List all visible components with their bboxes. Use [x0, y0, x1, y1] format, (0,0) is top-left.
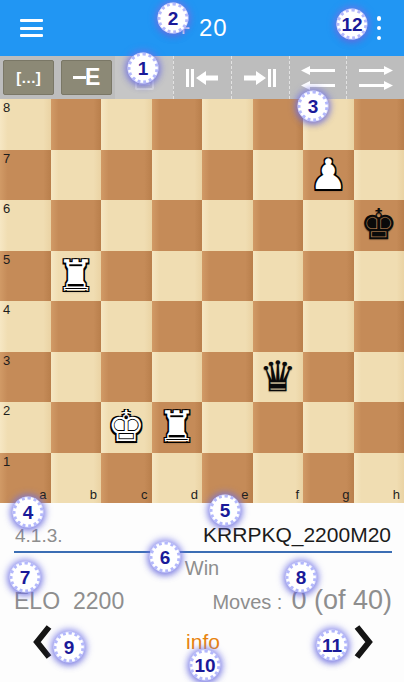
callout-badge-7: 7: [11, 563, 40, 592]
square-c1[interactable]: c: [101, 453, 152, 504]
white-rook: ♜: [158, 406, 196, 448]
chevron-right-icon: [352, 623, 374, 661]
callout-badge-2: 2: [159, 4, 188, 33]
square-h7[interactable]: [354, 150, 404, 201]
file-label: d: [191, 488, 198, 501]
go-to-start-button[interactable]: [173, 56, 231, 99]
file-label: c: [141, 488, 148, 501]
next-exercise-button[interactable]: [350, 621, 376, 663]
square-f5[interactable]: [253, 251, 304, 302]
callout-badge-3: 3: [299, 92, 328, 121]
app-screen: + 20 [...] E: [0, 0, 404, 682]
black-queen: ♛: [259, 356, 297, 398]
square-e6[interactable]: [202, 200, 253, 251]
square-h5[interactable]: [354, 251, 404, 302]
chess-board: 87♟6♚5♜43♛2♚♜1abcdefgh: [0, 99, 404, 503]
goal-label: Win: [0, 557, 404, 580]
callout-badge-5: 5: [211, 496, 240, 525]
square-f1[interactable]: f: [253, 453, 304, 504]
square-c5[interactable]: [101, 251, 152, 302]
square-c2[interactable]: ♚: [101, 402, 152, 453]
chevron-left-icon: [32, 623, 54, 661]
square-f4[interactable]: [253, 301, 304, 352]
square-h3[interactable]: [354, 352, 404, 403]
square-f3[interactable]: ♛: [253, 352, 304, 403]
square-h6[interactable]: ♚: [354, 200, 404, 251]
square-e5[interactable]: [202, 251, 253, 302]
square-f6[interactable]: [253, 200, 304, 251]
square-b8[interactable]: [51, 99, 102, 150]
square-b5[interactable]: ♜: [51, 251, 102, 302]
double-arrow-right-icon: [357, 66, 395, 90]
rank-label: 5: [3, 253, 10, 266]
overflow-menu-icon[interactable]: [370, 16, 388, 40]
exercise-number: 4.1.3.: [15, 525, 63, 547]
white-pawn: ♟: [309, 154, 347, 196]
moves-label: Moves :: [212, 591, 282, 614]
square-c6[interactable]: [101, 200, 152, 251]
file-label: h: [393, 488, 400, 501]
callout-badge-4: 4: [14, 498, 43, 527]
exercise-header-row: 4.1.3. KRRPKQ_2200M20: [15, 523, 391, 547]
square-g7[interactable]: ♟: [303, 150, 354, 201]
square-b4[interactable]: [51, 301, 102, 352]
elo-label: ELO: [14, 588, 60, 615]
square-g6[interactable]: [303, 200, 354, 251]
callout-badge-8: 8: [287, 563, 316, 592]
square-e8[interactable]: [202, 99, 253, 150]
square-f2[interactable]: [253, 402, 304, 453]
variation-tree-button[interactable]: E: [61, 60, 112, 95]
square-a3[interactable]: 3: [0, 352, 51, 403]
elo-value: 2200: [73, 588, 124, 615]
callout-badge-6: 6: [151, 543, 180, 572]
file-label: f: [295, 488, 299, 501]
toolbar-slot: E: [58, 56, 116, 99]
square-a6[interactable]: 6: [0, 200, 51, 251]
toolbar-slot: [...]: [0, 56, 58, 99]
rank-label: 2: [3, 404, 10, 417]
square-e4[interactable]: [202, 301, 253, 352]
square-d2[interactable]: ♜: [152, 402, 203, 453]
skip-to-start-icon: [184, 68, 220, 88]
square-d5[interactable]: [152, 251, 203, 302]
square-e3[interactable]: [202, 352, 253, 403]
square-f7[interactable]: [253, 150, 304, 201]
square-h1[interactable]: h: [354, 453, 404, 504]
previous-exercise-button[interactable]: [30, 621, 56, 663]
square-e7[interactable]: [202, 150, 253, 201]
square-g1[interactable]: g: [303, 453, 354, 504]
rank-label: 8: [3, 101, 10, 114]
square-e2[interactable]: [202, 402, 253, 453]
rank-label: 3: [3, 354, 10, 367]
square-a8[interactable]: 8: [0, 99, 51, 150]
square-h8[interactable]: [354, 99, 404, 150]
stats-row: ELO 2200 Moves : 0 (of 40): [14, 585, 392, 616]
black-king: ♚: [360, 204, 398, 246]
square-d6[interactable]: [152, 200, 203, 251]
square-c3[interactable]: [101, 352, 152, 403]
square-c4[interactable]: [101, 301, 152, 352]
file-label: b: [90, 488, 97, 501]
variation-list-label: [...]: [16, 69, 41, 86]
skip-to-end-icon: [242, 68, 278, 88]
square-g5[interactable]: [303, 251, 354, 302]
square-d1[interactable]: d: [152, 453, 203, 504]
square-b3[interactable]: [51, 352, 102, 403]
square-f8[interactable]: [253, 99, 304, 150]
file-label: g: [342, 488, 349, 501]
rank-label: 6: [3, 202, 10, 215]
white-king: ♚: [107, 406, 145, 448]
square-g2[interactable]: [303, 402, 354, 453]
square-h2[interactable]: [354, 402, 404, 453]
file-label: e: [241, 488, 248, 501]
square-b1[interactable]: b: [51, 453, 102, 504]
elo-rating: ELO 2200: [14, 588, 124, 615]
square-d7[interactable]: [152, 150, 203, 201]
square-a1[interactable]: 1a: [0, 453, 51, 504]
square-d8[interactable]: [152, 99, 203, 150]
blue-divider: [14, 551, 392, 553]
square-a5[interactable]: 5: [0, 251, 51, 302]
square-b6[interactable]: [51, 200, 102, 251]
callout-badge-11: 11: [318, 631, 347, 660]
rank-label: 7: [3, 152, 10, 165]
square-b7[interactable]: [51, 150, 102, 201]
callout-badge-10: 10: [190, 651, 219, 680]
square-h4[interactable]: [354, 301, 404, 352]
square-a4[interactable]: 4: [0, 301, 51, 352]
square-a2[interactable]: 2: [0, 402, 51, 453]
hamburger-menu-icon[interactable]: [20, 19, 44, 37]
double-arrow-left-icon: [299, 66, 337, 90]
callout-badge-1: 1: [129, 54, 158, 83]
callout-badge-9: 9: [55, 633, 84, 662]
square-a7[interactable]: 7: [0, 150, 51, 201]
rank-label: 4: [3, 303, 10, 316]
square-d3[interactable]: [152, 352, 203, 403]
square-g4[interactable]: [303, 301, 354, 352]
white-rook: ♜: [57, 255, 95, 297]
square-b2[interactable]: [51, 402, 102, 453]
square-c8[interactable]: [101, 99, 152, 150]
square-g3[interactable]: [303, 352, 354, 403]
square-c7[interactable]: [101, 150, 152, 201]
variation-list-button[interactable]: [...]: [3, 60, 54, 95]
square-d4[interactable]: [152, 301, 203, 352]
next-game-button[interactable]: [346, 56, 404, 99]
toolbar: [...] E: [0, 56, 404, 99]
exercise-set-name: KRRPKQ_2200M20: [203, 523, 391, 547]
go-to-end-button[interactable]: [231, 56, 289, 99]
branch-icon: E: [73, 66, 100, 89]
rank-label: 1: [3, 455, 10, 468]
callout-badge-12: 12: [337, 10, 366, 39]
file-label: a: [39, 488, 46, 501]
